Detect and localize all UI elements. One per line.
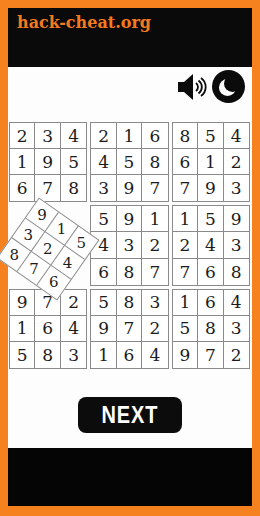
cell-r1c2: 3	[35, 123, 60, 149]
cell-r7c5: 8	[117, 290, 142, 316]
cell-r3c3: 8	[61, 175, 86, 201]
app-screen: hack-cheat.org 2341956	[8, 8, 252, 506]
cell-r1c1: 2	[10, 123, 35, 149]
cell-r3c5: 9	[117, 175, 142, 201]
cell-r7c8: 6	[198, 290, 223, 316]
cell-r1c7: 8	[173, 123, 198, 149]
next-button[interactable]: NEXT	[78, 397, 182, 433]
cell-r8c6: 2	[142, 316, 167, 342]
cell-r9c8: 7	[198, 342, 223, 368]
watermark-text: hack-cheat.org	[8, 8, 151, 32]
cell-r2c1: 1	[10, 149, 35, 175]
cell-r8c3: 4	[61, 316, 86, 342]
cell-r5c9: 3	[224, 232, 249, 258]
dark-mode-moon-icon[interactable]	[212, 70, 245, 103]
cell-r1c6: 6	[142, 123, 167, 149]
cell-r9c1: 5	[10, 342, 35, 368]
footer-bar	[8, 448, 252, 506]
cell-r3c9: 3	[224, 175, 249, 201]
cell-r3c8: 9	[198, 175, 223, 201]
cell-r4c5: 9	[117, 206, 142, 232]
cell-r4c7: 1	[173, 206, 198, 232]
cell-r8c7: 5	[173, 316, 198, 342]
cell-r1c4: 2	[91, 123, 116, 149]
cell-r7c1: 9	[10, 290, 35, 316]
block-r2c1: 583972164	[90, 289, 168, 369]
cell-r1c3: 4	[61, 123, 86, 149]
cell-r3c4: 3	[91, 175, 116, 201]
cell-r2c3: 5	[61, 149, 86, 175]
cell-r4c4: 5	[91, 206, 116, 232]
cell-r6c6: 7	[142, 259, 167, 285]
cell-r9c2: 8	[35, 342, 60, 368]
cell-r2c9: 2	[224, 149, 249, 175]
next-button-row: NEXT	[8, 397, 252, 433]
cell-r2c2: 9	[35, 149, 60, 175]
block-r0c1: 216458397	[90, 122, 168, 202]
cell-r9c5: 6	[117, 342, 142, 368]
cell-r5c8: 4	[198, 232, 223, 258]
cell-r3c6: 7	[142, 175, 167, 201]
cell-r7c4: 5	[91, 290, 116, 316]
block-r2c2: 164583972	[172, 289, 250, 369]
cell-r4c9: 9	[224, 206, 249, 232]
block-r0c2: 854612793	[172, 122, 250, 202]
cell-r4c8: 5	[198, 206, 223, 232]
cell-r9c9: 2	[224, 342, 249, 368]
block-r0c0: 234195678	[9, 122, 87, 202]
cell-r7c3: 2	[61, 290, 86, 316]
cell-r1c8: 5	[198, 123, 223, 149]
cell-r3c7: 7	[173, 175, 198, 201]
cell-r8c2: 6	[35, 316, 60, 342]
cell-r6c4: 6	[91, 259, 116, 285]
cell-r8c1: 1	[10, 316, 35, 342]
cell-r9c6: 4	[142, 342, 167, 368]
cell-r2c4: 4	[91, 149, 116, 175]
cell-r8c8: 8	[198, 316, 223, 342]
cell-r8c4: 9	[91, 316, 116, 342]
cell-r6c7: 7	[173, 259, 198, 285]
cell-r6c9: 8	[224, 259, 249, 285]
cell-r4c6: 1	[142, 206, 167, 232]
block-r1c2: 159243768	[172, 205, 250, 285]
cell-r1c5: 1	[117, 123, 142, 149]
cell-r9c3: 3	[61, 342, 86, 368]
sound-icon[interactable]	[177, 72, 207, 102]
cell-r5c5: 3	[117, 232, 142, 258]
cell-r8c9: 3	[224, 316, 249, 342]
cell-r2c5: 5	[117, 149, 142, 175]
top-icons	[177, 70, 245, 103]
cell-r1c9: 4	[224, 123, 249, 149]
block-r1c1: 591432687	[90, 205, 168, 285]
header-bar: hack-cheat.org	[8, 8, 252, 67]
moon-shape	[212, 70, 245, 103]
cell-r9c4: 1	[91, 342, 116, 368]
cell-r6c8: 6	[198, 259, 223, 285]
cell-r8c5: 7	[117, 316, 142, 342]
block-r2c0: 972164583	[9, 289, 87, 369]
orange-frame: hack-cheat.org 2341956	[0, 0, 260, 516]
game-area: 2341956782164583978546127935914326871592…	[8, 67, 252, 448]
cell-r3c1: 6	[10, 175, 35, 201]
cell-r2c8: 1	[198, 149, 223, 175]
cell-r7c7: 1	[173, 290, 198, 316]
cell-r2c7: 6	[173, 149, 198, 175]
cell-r7c6: 3	[142, 290, 167, 316]
cell-r7c9: 4	[224, 290, 249, 316]
cell-r5c6: 2	[142, 232, 167, 258]
cell-r5c7: 2	[173, 232, 198, 258]
cell-r2c6: 8	[142, 149, 167, 175]
cell-r9c7: 9	[173, 342, 198, 368]
cell-r6c5: 8	[117, 259, 142, 285]
